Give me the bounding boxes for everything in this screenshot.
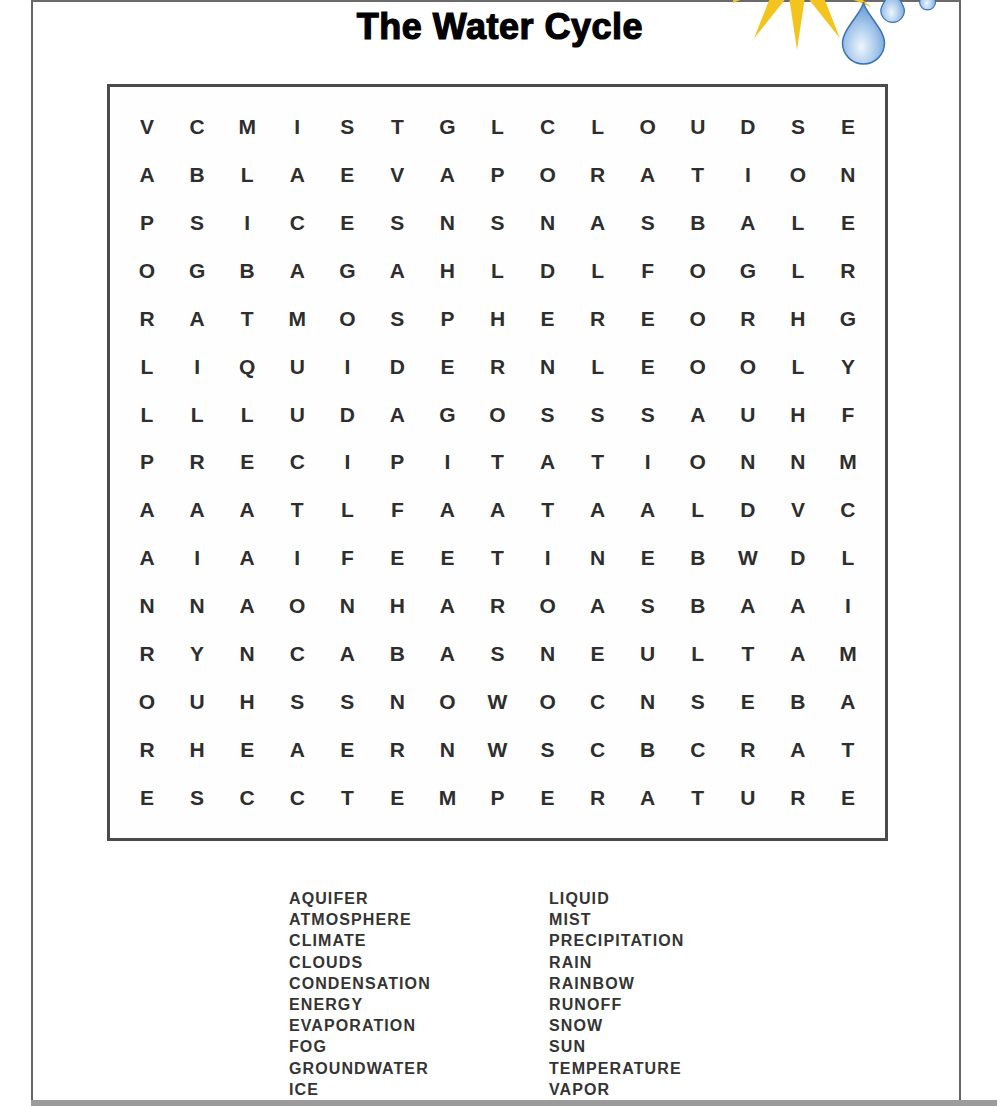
grid-cell-r14c7[interactable]: N: [422, 726, 472, 774]
grid-cell-r3c1[interactable]: P: [122, 199, 172, 247]
grid-cell-r7c9[interactable]: S: [523, 391, 573, 439]
grid-cell-r8c3[interactable]: E: [222, 439, 272, 487]
grid-cell-r6c6[interactable]: D: [372, 343, 422, 391]
grid-cell-r14c12[interactable]: C: [673, 726, 723, 774]
grid-cell-r10c11[interactable]: E: [623, 534, 673, 582]
grid-cell-r11c3[interactable]: A: [222, 582, 272, 630]
grid-cell-r5c8[interactable]: H: [472, 295, 522, 343]
word-search-grid: VCMISTGLCLOUDSEABLAEVAPORATIONPSICESNSNA…: [110, 87, 885, 838]
grid-cell-r9c14[interactable]: V: [773, 486, 823, 534]
grid-cell-r10c6[interactable]: E: [372, 534, 422, 582]
grid-cell-r15c12[interactable]: T: [673, 774, 723, 822]
grid-cell-r6c13[interactable]: O: [723, 343, 773, 391]
grid-cell-r15c13[interactable]: U: [723, 774, 773, 822]
grid-cell-r2c11[interactable]: A: [623, 151, 673, 199]
grid-cell-r13c14[interactable]: B: [773, 678, 823, 726]
grid-cell-r6c10[interactable]: L: [573, 343, 623, 391]
grid-cell-r1c3[interactable]: M: [222, 103, 272, 151]
grid-cell-r4c8[interactable]: L: [472, 247, 522, 295]
grid-cell-r13c3[interactable]: H: [222, 678, 272, 726]
grid-cell-r11c15[interactable]: I: [823, 582, 873, 630]
grid-cell-r6c4[interactable]: U: [272, 343, 322, 391]
grid-cell-r11c10[interactable]: A: [573, 582, 623, 630]
grid-cell-r10c5[interactable]: F: [322, 534, 372, 582]
page-border-right: [959, 0, 961, 1106]
grid-cell-r4c14[interactable]: L: [773, 247, 823, 295]
grid-cell-r6c7[interactable]: E: [422, 343, 472, 391]
grid-cell-r13c12[interactable]: S: [673, 678, 723, 726]
grid-cell-r4c9[interactable]: D: [523, 247, 573, 295]
grid-cell-r3c8[interactable]: S: [472, 199, 522, 247]
grid-cell-r5c10[interactable]: R: [573, 295, 623, 343]
grid-cell-r4c6[interactable]: A: [372, 247, 422, 295]
grid-cell-r11c5[interactable]: N: [322, 582, 372, 630]
grid-cell-r14c4[interactable]: A: [272, 726, 322, 774]
grid-cell-r8c10[interactable]: T: [573, 439, 623, 487]
grid-cell-r13c7[interactable]: O: [422, 678, 472, 726]
grid-cell-r8c1[interactable]: P: [122, 439, 172, 487]
grid-cell-r7c4[interactable]: U: [272, 391, 322, 439]
grid-cell-r12c15[interactable]: M: [823, 630, 873, 678]
grid-cell-r9c6[interactable]: F: [372, 486, 422, 534]
grid-cell-r12c9[interactable]: N: [523, 630, 573, 678]
grid-cell-r7c6[interactable]: A: [372, 391, 422, 439]
word-search-board: VCMISTGLCLOUDSEABLAEVAPORATIONPSICESNSNA…: [107, 84, 888, 841]
word-list-item: LIQUID: [549, 888, 685, 909]
grid-cell-r8c8[interactable]: T: [472, 439, 522, 487]
grid-cell-r5c13[interactable]: R: [723, 295, 773, 343]
grid-cell-r8c7[interactable]: I: [422, 439, 472, 487]
grid-cell-r14c8[interactable]: W: [472, 726, 522, 774]
grid-cell-r1c5[interactable]: S: [322, 103, 372, 151]
page-border-left: [31, 0, 33, 1106]
grid-cell-r10c12[interactable]: B: [673, 534, 723, 582]
grid-cell-r15c14[interactable]: R: [773, 774, 823, 822]
grid-cell-r13c15[interactable]: A: [823, 678, 873, 726]
grid-cell-r4c2[interactable]: G: [172, 247, 222, 295]
grid-cell-r9c4[interactable]: T: [272, 486, 322, 534]
grid-cell-r7c12[interactable]: A: [673, 391, 723, 439]
grid-cell-r14c9[interactable]: S: [523, 726, 573, 774]
grid-cell-r5c14[interactable]: H: [773, 295, 823, 343]
grid-cell-r10c1[interactable]: A: [122, 534, 172, 582]
grid-cell-r6c1[interactable]: L: [122, 343, 172, 391]
grid-cell-r9c12[interactable]: L: [673, 486, 723, 534]
grid-cell-r4c1[interactable]: O: [122, 247, 172, 295]
grid-cell-r15c2[interactable]: S: [172, 774, 222, 822]
grid-cell-r8c5[interactable]: I: [322, 439, 372, 487]
word-list-item: CLIMATE: [289, 930, 431, 951]
grid-cell-r13c1[interactable]: O: [122, 678, 172, 726]
grid-cell-r2c10[interactable]: R: [573, 151, 623, 199]
grid-cell-r14c1[interactable]: R: [122, 726, 172, 774]
grid-cell-r10c4[interactable]: I: [272, 534, 322, 582]
grid-cell-r14c5[interactable]: E: [322, 726, 372, 774]
grid-cell-r7c11[interactable]: S: [623, 391, 673, 439]
grid-cell-r14c14[interactable]: A: [773, 726, 823, 774]
grid-cell-r1c11[interactable]: O: [623, 103, 673, 151]
grid-cell-r12c11[interactable]: U: [623, 630, 673, 678]
grid-cell-r3c4[interactable]: C: [272, 199, 322, 247]
grid-cell-r11c4[interactable]: O: [272, 582, 322, 630]
grid-cell-r2c9[interactable]: O: [523, 151, 573, 199]
grid-cell-r6c11[interactable]: E: [623, 343, 673, 391]
grid-cell-r14c13[interactable]: R: [723, 726, 773, 774]
grid-cell-r4c15[interactable]: R: [823, 247, 873, 295]
grid-cell-r9c3[interactable]: A: [222, 486, 272, 534]
grid-cell-r12c13[interactable]: T: [723, 630, 773, 678]
grid-cell-r14c11[interactable]: B: [623, 726, 673, 774]
grid-cell-r12c6[interactable]: B: [372, 630, 422, 678]
grid-cell-r2c14[interactable]: O: [773, 151, 823, 199]
grid-cell-r2c7[interactable]: A: [422, 151, 472, 199]
grid-cell-r3c6[interactable]: S: [372, 199, 422, 247]
grid-cell-r7c15[interactable]: F: [823, 391, 873, 439]
grid-cell-r9c15[interactable]: C: [823, 486, 873, 534]
word-list-left: AQUIFERATMOSPHERECLIMATECLOUDSCONDENSATI…: [289, 888, 431, 1100]
grid-cell-r11c14[interactable]: A: [773, 582, 823, 630]
grid-cell-r1c15[interactable]: E: [823, 103, 873, 151]
grid-cell-r7c5[interactable]: D: [322, 391, 372, 439]
grid-cell-r3c7[interactable]: N: [422, 199, 472, 247]
grid-cell-r9c7[interactable]: A: [422, 486, 472, 534]
grid-cell-r1c4[interactable]: I: [272, 103, 322, 151]
grid-cell-r7c1[interactable]: L: [122, 391, 172, 439]
grid-cell-r12c3[interactable]: N: [222, 630, 272, 678]
grid-cell-r13c5[interactable]: S: [322, 678, 372, 726]
grid-cell-r2c4[interactable]: A: [272, 151, 322, 199]
grid-cell-r5c15[interactable]: G: [823, 295, 873, 343]
grid-cell-r6c8[interactable]: R: [472, 343, 522, 391]
grid-cell-r8c15[interactable]: M: [823, 439, 873, 487]
grid-cell-r1c13[interactable]: D: [723, 103, 773, 151]
grid-cell-r10c15[interactable]: L: [823, 534, 873, 582]
word-list-item: RUNOFF: [549, 994, 685, 1015]
grid-cell-r1c12[interactable]: U: [673, 103, 723, 151]
grid-cell-r7c2[interactable]: L: [172, 391, 222, 439]
grid-cell-r8c4[interactable]: C: [272, 439, 322, 487]
worksheet-page: The Water Cycle: [0, 0, 1000, 1106]
grid-cell-r10c8[interactable]: T: [472, 534, 522, 582]
grid-cell-r6c9[interactable]: N: [523, 343, 573, 391]
grid-cell-r4c5[interactable]: G: [322, 247, 372, 295]
page-border-bottom: [31, 1100, 997, 1106]
grid-cell-r9c1[interactable]: A: [122, 486, 172, 534]
grid-cell-r7c14[interactable]: H: [773, 391, 823, 439]
grid-cell-r5c6[interactable]: S: [372, 295, 422, 343]
grid-cell-r7c10[interactable]: S: [573, 391, 623, 439]
grid-cell-r5c12[interactable]: O: [673, 295, 723, 343]
grid-cell-r15c8[interactable]: P: [472, 774, 522, 822]
grid-cell-r5c2[interactable]: A: [172, 295, 222, 343]
grid-cell-r14c3[interactable]: E: [222, 726, 272, 774]
grid-cell-r12c5[interactable]: A: [322, 630, 372, 678]
grid-cell-r2c1[interactable]: A: [122, 151, 172, 199]
grid-cell-r6c12[interactable]: O: [673, 343, 723, 391]
grid-cell-r10c7[interactable]: E: [422, 534, 472, 582]
grid-cell-r4c3[interactable]: B: [222, 247, 272, 295]
grid-cell-r2c3[interactable]: L: [222, 151, 272, 199]
grid-cell-r7c3[interactable]: L: [222, 391, 272, 439]
word-list-item: SUN: [549, 1036, 685, 1057]
grid-cell-r4c4[interactable]: A: [272, 247, 322, 295]
grid-cell-r11c7[interactable]: A: [422, 582, 472, 630]
grid-cell-r14c15[interactable]: T: [823, 726, 873, 774]
grid-cell-r15c9[interactable]: E: [523, 774, 573, 822]
grid-cell-r5c7[interactable]: P: [422, 295, 472, 343]
grid-cell-r11c2[interactable]: N: [172, 582, 222, 630]
grid-cell-r10c3[interactable]: A: [222, 534, 272, 582]
grid-cell-r12c8[interactable]: S: [472, 630, 522, 678]
word-list-item: ICE: [289, 1079, 431, 1100]
grid-cell-r13c10[interactable]: C: [573, 678, 623, 726]
grid-cell-r15c11[interactable]: A: [623, 774, 673, 822]
grid-cell-r9c10[interactable]: A: [573, 486, 623, 534]
grid-cell-r5c11[interactable]: E: [623, 295, 673, 343]
grid-cell-r2c12[interactable]: T: [673, 151, 723, 199]
word-list-item: PRECIPITATION: [549, 930, 685, 951]
grid-cell-r1c10[interactable]: L: [573, 103, 623, 151]
grid-cell-r6c2[interactable]: I: [172, 343, 222, 391]
grid-cell-r2c8[interactable]: P: [472, 151, 522, 199]
grid-cell-r4c12[interactable]: O: [673, 247, 723, 295]
word-list-item: TEMPERATURE: [549, 1058, 685, 1079]
grid-cell-r11c1[interactable]: N: [122, 582, 172, 630]
word-list-item: ENERGY: [289, 994, 431, 1015]
grid-cell-r12c12[interactable]: L: [673, 630, 723, 678]
grid-cell-r14c2[interactable]: H: [172, 726, 222, 774]
grid-cell-r1c14[interactable]: S: [773, 103, 823, 151]
grid-cell-r8c13[interactable]: N: [723, 439, 773, 487]
grid-cell-r7c7[interactable]: G: [422, 391, 472, 439]
grid-cell-r12c10[interactable]: E: [573, 630, 623, 678]
grid-cell-r9c13[interactable]: D: [723, 486, 773, 534]
grid-cell-r4c7[interactable]: H: [422, 247, 472, 295]
grid-cell-r3c13[interactable]: A: [723, 199, 773, 247]
grid-cell-r5c9[interactable]: E: [523, 295, 573, 343]
grid-cell-r2c5[interactable]: E: [322, 151, 372, 199]
grid-cell-r9c5[interactable]: L: [322, 486, 372, 534]
grid-cell-r3c12[interactable]: B: [673, 199, 723, 247]
grid-cell-r11c11[interactable]: S: [623, 582, 673, 630]
grid-cell-r3c9[interactable]: N: [523, 199, 573, 247]
grid-cell-r6c3[interactable]: Q: [222, 343, 272, 391]
grid-cell-r15c5[interactable]: T: [322, 774, 372, 822]
grid-cell-r15c4[interactable]: C: [272, 774, 322, 822]
grid-cell-r9c8[interactable]: A: [472, 486, 522, 534]
grid-cell-r2c2[interactable]: B: [172, 151, 222, 199]
grid-cell-r3c15[interactable]: E: [823, 199, 873, 247]
grid-cell-r12c7[interactable]: A: [422, 630, 472, 678]
grid-cell-r10c13[interactable]: W: [723, 534, 773, 582]
grid-cell-r13c4[interactable]: S: [272, 678, 322, 726]
word-list-item: CLOUDS: [289, 952, 431, 973]
word-list-item: FOG: [289, 1036, 431, 1057]
grid-cell-r9c2[interactable]: A: [172, 486, 222, 534]
grid-cell-r1c7[interactable]: G: [422, 103, 472, 151]
grid-cell-r8c12[interactable]: O: [673, 439, 723, 487]
grid-cell-r15c10[interactable]: R: [573, 774, 623, 822]
grid-cell-r14c6[interactable]: R: [372, 726, 422, 774]
word-list-item: GROUNDWATER: [289, 1058, 431, 1079]
grid-cell-r1c2[interactable]: C: [172, 103, 222, 151]
grid-cell-r2c6[interactable]: V: [372, 151, 422, 199]
grid-cell-r5c3[interactable]: T: [222, 295, 272, 343]
grid-cell-r13c8[interactable]: W: [472, 678, 522, 726]
grid-cell-r5c4[interactable]: M: [272, 295, 322, 343]
grid-cell-r10c10[interactable]: N: [573, 534, 623, 582]
grid-cell-r11c8[interactable]: R: [472, 582, 522, 630]
grid-cell-r10c14[interactable]: D: [773, 534, 823, 582]
grid-cell-r15c7[interactable]: M: [422, 774, 472, 822]
grid-cell-r4c10[interactable]: L: [573, 247, 623, 295]
grid-cell-r6c5[interactable]: I: [322, 343, 372, 391]
grid-cell-r8c14[interactable]: N: [773, 439, 823, 487]
sun-and-raindrops-illustration: [733, 0, 945, 78]
water-drop-icon: [843, 0, 936, 64]
grid-cell-r15c6[interactable]: E: [372, 774, 422, 822]
grid-cell-r8c6[interactable]: P: [372, 439, 422, 487]
grid-cell-r9c11[interactable]: A: [623, 486, 673, 534]
grid-cell-r10c9[interactable]: I: [523, 534, 573, 582]
grid-cell-r5c5[interactable]: O: [322, 295, 372, 343]
grid-cell-r15c1[interactable]: E: [122, 774, 172, 822]
grid-cell-r1c6[interactable]: T: [372, 103, 422, 151]
grid-cell-r3c10[interactable]: A: [573, 199, 623, 247]
grid-cell-r4c13[interactable]: G: [723, 247, 773, 295]
word-list-item: CONDENSATION: [289, 973, 431, 994]
word-list-item: SNOW: [549, 1015, 685, 1036]
word-list-item: EVAPORATION: [289, 1015, 431, 1036]
grid-cell-r13c13[interactable]: E: [723, 678, 773, 726]
grid-cell-r12c4[interactable]: C: [272, 630, 322, 678]
grid-cell-r8c11[interactable]: I: [623, 439, 673, 487]
grid-cell-r7c13[interactable]: U: [723, 391, 773, 439]
word-list-item: ATMOSPHERE: [289, 909, 431, 930]
grid-cell-r13c11[interactable]: N: [623, 678, 673, 726]
grid-cell-r3c5[interactable]: E: [322, 199, 372, 247]
grid-cell-r13c9[interactable]: O: [523, 678, 573, 726]
grid-cell-r9c9[interactable]: T: [523, 486, 573, 534]
grid-cell-r3c3[interactable]: I: [222, 199, 272, 247]
grid-cell-r8c9[interactable]: A: [523, 439, 573, 487]
word-list-item: VAPOR: [549, 1079, 685, 1100]
grid-cell-r14c10[interactable]: C: [573, 726, 623, 774]
word-list-right: LIQUIDMISTPRECIPITATIONRAINRAINBOWRUNOFF…: [549, 888, 685, 1100]
grid-cell-r12c14[interactable]: A: [773, 630, 823, 678]
grid-cell-r11c13[interactable]: A: [723, 582, 773, 630]
grid-cell-r3c2[interactable]: S: [172, 199, 222, 247]
grid-cell-r3c11[interactable]: S: [623, 199, 673, 247]
grid-cell-r2c13[interactable]: I: [723, 151, 773, 199]
grid-cell-r6c14[interactable]: L: [773, 343, 823, 391]
grid-cell-r12c1[interactable]: R: [122, 630, 172, 678]
grid-cell-r4c11[interactable]: F: [623, 247, 673, 295]
grid-cell-r11c6[interactable]: H: [372, 582, 422, 630]
grid-cell-r6c15[interactable]: Y: [823, 343, 873, 391]
grid-cell-r8c2[interactable]: R: [172, 439, 222, 487]
grid-cell-r11c9[interactable]: O: [523, 582, 573, 630]
grid-cell-r7c8[interactable]: O: [472, 391, 522, 439]
grid-cell-r1c9[interactable]: C: [523, 103, 573, 151]
grid-cell-r3c14[interactable]: L: [773, 199, 823, 247]
grid-cell-r13c2[interactable]: U: [172, 678, 222, 726]
grid-cell-r5c1[interactable]: R: [122, 295, 172, 343]
grid-cell-r12c2[interactable]: Y: [172, 630, 222, 678]
grid-cell-r1c1[interactable]: V: [122, 103, 172, 151]
grid-cell-r2c15[interactable]: N: [823, 151, 873, 199]
word-list-item: MIST: [549, 909, 685, 930]
grid-cell-r11c12[interactable]: B: [673, 582, 723, 630]
word-list-item: AQUIFER: [289, 888, 431, 909]
grid-cell-r10c2[interactable]: I: [172, 534, 222, 582]
grid-cell-r13c6[interactable]: N: [372, 678, 422, 726]
word-list-item: RAIN: [549, 952, 685, 973]
grid-cell-r1c8[interactable]: L: [472, 103, 522, 151]
grid-cell-r15c3[interactable]: C: [222, 774, 272, 822]
grid-cell-r15c15[interactable]: E: [823, 774, 873, 822]
word-list-item: RAINBOW: [549, 973, 685, 994]
